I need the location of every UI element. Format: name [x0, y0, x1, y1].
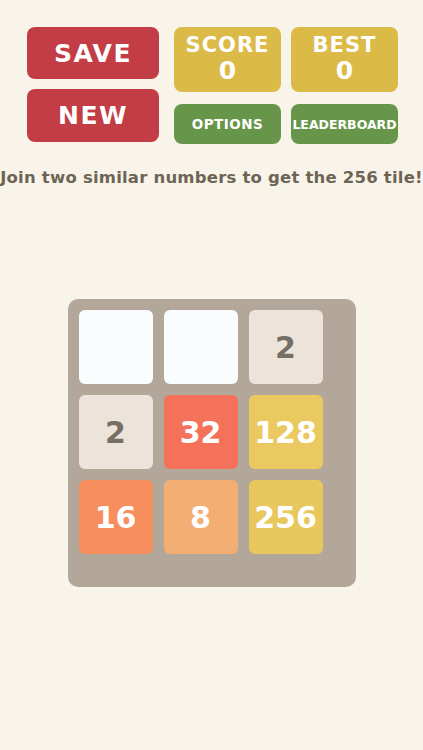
tile-8: 8	[164, 480, 238, 554]
best-box: BEST 0	[291, 27, 398, 92]
empty-cell	[164, 310, 238, 384]
header-middle-column: SCORE 0 OPTIONS	[174, 27, 281, 144]
empty-cell	[79, 310, 153, 384]
tile-2: 2	[249, 310, 323, 384]
header-left-column: SAVE NEW	[27, 27, 159, 144]
tile-16: 16	[79, 480, 153, 554]
header-right-column: BEST 0 LEADERBOARD	[291, 27, 398, 144]
tile-2: 2	[79, 395, 153, 469]
new-button[interactable]: NEW	[27, 89, 159, 142]
score-value: 0	[219, 57, 236, 85]
instruction-text: Join two similar numbers to get the 256 …	[0, 168, 423, 187]
header: SAVE NEW SCORE 0 OPTIONS BEST 0 LEADERBO…	[0, 0, 423, 144]
score-box: SCORE 0	[174, 27, 281, 92]
board[interactable]: 2232128168256	[68, 299, 356, 587]
tile-32: 32	[164, 395, 238, 469]
save-button[interactable]: SAVE	[27, 27, 159, 79]
score-label: SCORE	[186, 34, 270, 57]
options-button[interactable]: OPTIONS	[174, 104, 281, 144]
best-label: BEST	[313, 34, 377, 57]
best-value: 0	[336, 57, 353, 85]
tile-256: 256	[249, 480, 323, 554]
leaderboard-button[interactable]: LEADERBOARD	[291, 104, 398, 144]
tile-128: 128	[249, 395, 323, 469]
